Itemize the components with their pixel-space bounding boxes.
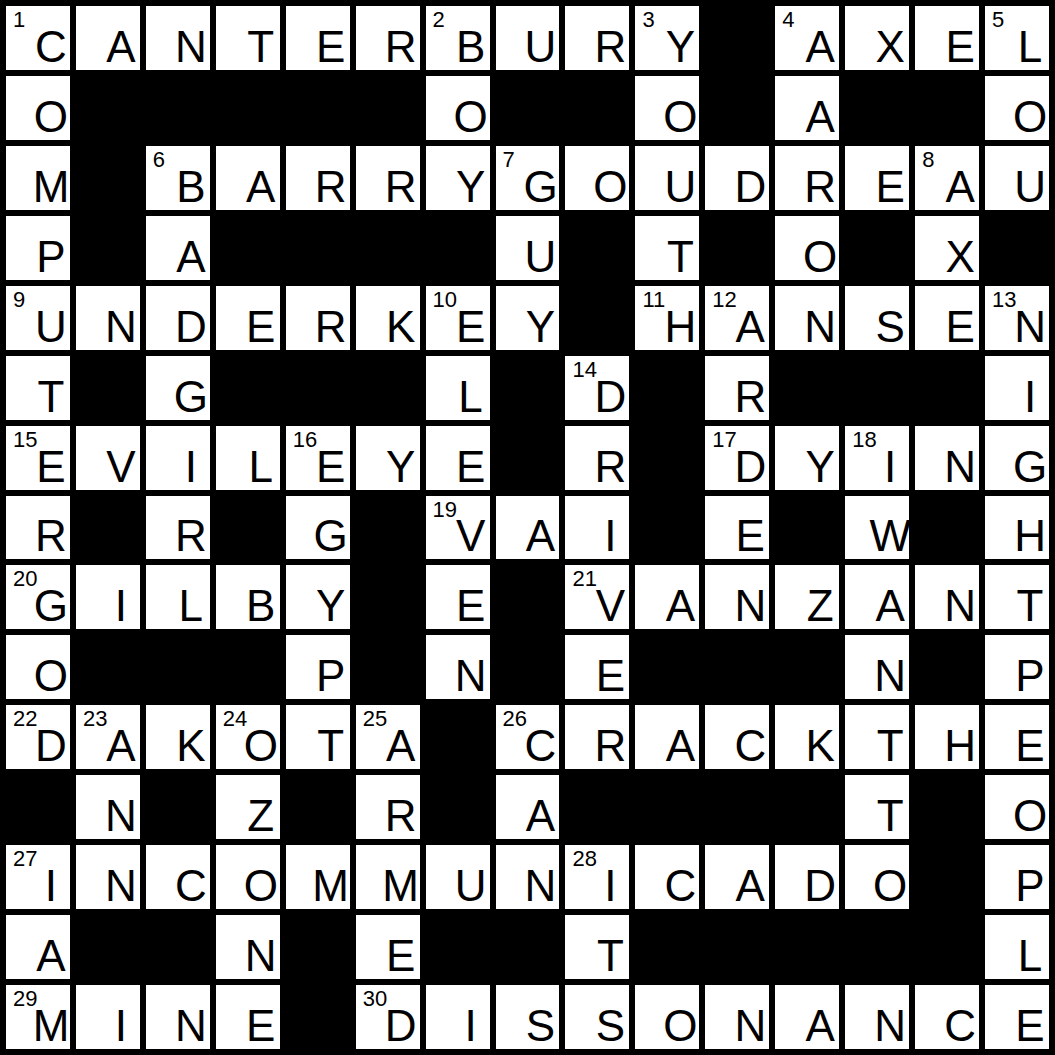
cell-0-0[interactable]: 1C [6, 6, 70, 70]
cell-6-4[interactable]: 16E [286, 426, 350, 490]
cell-9-14[interactable]: P [985, 635, 1049, 699]
block-cell-11-11 [775, 775, 839, 839]
cell-letter: L [426, 356, 490, 420]
cell-letter: O [845, 845, 909, 909]
block-cell-0-10 [705, 6, 769, 70]
cell-letter: R [6, 496, 70, 560]
cell-letter: O [635, 985, 699, 1049]
cell-10-9[interactable]: A [635, 705, 699, 769]
cell-letter: C [496, 705, 560, 769]
cell-letter: R [356, 146, 420, 210]
cell-8-4[interactable]: Y [286, 565, 350, 629]
cell-8-14[interactable]: T [985, 565, 1049, 629]
block-cell-9-10 [705, 635, 769, 699]
block-cell-13-7 [496, 915, 560, 979]
cell-letter: Y [635, 6, 699, 70]
block-cell-13-9 [635, 915, 699, 979]
cell-3-0[interactable]: P [6, 216, 70, 280]
cell-2-12[interactable]: E [845, 146, 909, 210]
cell-2-9[interactable]: U [635, 146, 699, 210]
cell-0-8[interactable]: R [565, 6, 629, 70]
cell-5-2[interactable]: G [146, 356, 210, 420]
cell-4-2[interactable]: D [146, 286, 210, 350]
cell-14-12[interactable]: N [845, 985, 909, 1049]
cell-4-12[interactable]: S [845, 286, 909, 350]
cell-6-1[interactable]: V [76, 426, 140, 490]
block-cell-11-4 [286, 775, 350, 839]
cell-letter: E [565, 635, 629, 699]
cell-7-7[interactable]: A [496, 496, 560, 560]
block-cell-1-12 [845, 76, 909, 140]
cell-8-0[interactable]: 20G [6, 565, 70, 629]
cell-letter: E [216, 985, 280, 1049]
cell-12-9[interactable]: C [635, 845, 699, 909]
cell-letter: K [146, 705, 210, 769]
cell-6-12[interactable]: 18I [845, 426, 909, 490]
cell-6-0[interactable]: 15E [6, 426, 70, 490]
cell-12-3[interactable]: O [216, 845, 280, 909]
cell-0-9[interactable]: 3Y [635, 6, 699, 70]
cell-10-4[interactable]: T [286, 705, 350, 769]
cell-letter: N [915, 426, 979, 490]
cell-letter: A [705, 286, 769, 350]
cell-10-2[interactable]: K [146, 705, 210, 769]
cell-letter: G [146, 356, 210, 420]
cell-letter: K [775, 705, 839, 769]
cell-letter: E [286, 426, 350, 490]
cell-0-13[interactable]: E [915, 6, 979, 70]
cell-letter: N [146, 6, 210, 70]
cell-letter: V [76, 426, 140, 490]
cell-12-7[interactable]: N [496, 845, 560, 909]
block-cell-6-7 [496, 426, 560, 490]
cell-11-7[interactable]: A [496, 775, 560, 839]
cell-letter: C [6, 6, 70, 70]
cell-letter: O [6, 76, 70, 140]
cell-letter: T [286, 705, 350, 769]
cell-11-5[interactable]: R [356, 775, 420, 839]
cell-letter: P [286, 635, 350, 699]
cell-2-0[interactable]: M [6, 146, 70, 210]
cell-8-12[interactable]: A [845, 565, 909, 629]
cell-letter: C [915, 985, 979, 1049]
cell-7-2[interactable]: R [146, 496, 210, 560]
cell-9-6[interactable]: N [426, 635, 490, 699]
cell-letter: R [775, 146, 839, 210]
cell-letter: E [845, 146, 909, 210]
cell-letter: U [496, 216, 560, 280]
block-cell-3-4 [286, 216, 350, 280]
cell-11-3[interactable]: Z [216, 775, 280, 839]
cell-14-2[interactable]: N [146, 985, 210, 1049]
cell-6-11[interactable]: Y [775, 426, 839, 490]
cell-14-8[interactable]: S [565, 985, 629, 1049]
block-cell-5-5 [356, 356, 420, 420]
cell-letter: G [286, 496, 350, 560]
cell-4-5[interactable]: K [356, 286, 420, 350]
cell-4-1[interactable]: N [76, 286, 140, 350]
cell-12-14[interactable]: P [985, 845, 1049, 909]
cell-1-9[interactable]: O [635, 76, 699, 140]
cell-letter: E [915, 6, 979, 70]
cell-1-0[interactable]: O [6, 76, 70, 140]
block-cell-11-2 [146, 775, 210, 839]
cell-5-10[interactable]: R [705, 356, 769, 420]
cell-13-0[interactable]: A [6, 915, 70, 979]
cell-letter: M [356, 845, 420, 909]
cell-11-14[interactable]: O [985, 775, 1049, 839]
cell-letter: T [635, 216, 699, 280]
cell-letter: L [216, 426, 280, 490]
cell-12-6[interactable]: U [426, 845, 490, 909]
block-cell-7-3 [216, 496, 280, 560]
cell-letter: P [985, 845, 1049, 909]
cell-12-0[interactable]: 27I [6, 845, 70, 909]
cell-letter: O [635, 76, 699, 140]
cell-8-9[interactable]: A [635, 565, 699, 629]
block-cell-5-1 [76, 356, 140, 420]
block-cell-9-7 [496, 635, 560, 699]
cell-12-2[interactable]: C [146, 845, 210, 909]
cell-letter: G [6, 565, 70, 629]
cell-letter: E [356, 915, 420, 979]
cell-letter: X [915, 216, 979, 280]
cell-10-1[interactable]: 23A [76, 705, 140, 769]
block-cell-9-11 [775, 635, 839, 699]
cell-11-1[interactable]: N [76, 775, 140, 839]
cell-2-13[interactable]: 8A [915, 146, 979, 210]
cell-4-14[interactable]: 13N [985, 286, 1049, 350]
cell-0-11[interactable]: 4A [775, 6, 839, 70]
cell-12-11[interactable]: D [775, 845, 839, 909]
cell-4-9[interactable]: 11H [635, 286, 699, 350]
cell-2-6[interactable]: Y [426, 146, 490, 210]
cell-10-12[interactable]: T [845, 705, 909, 769]
cell-3-7[interactable]: U [496, 216, 560, 280]
cell-12-1[interactable]: N [76, 845, 140, 909]
block-cell-7-1 [76, 496, 140, 560]
cell-3-2[interactable]: A [146, 216, 210, 280]
cell-letter: H [985, 496, 1049, 560]
cell-0-1[interactable]: A [76, 6, 140, 70]
cell-6-6[interactable]: E [426, 426, 490, 490]
cell-6-14[interactable]: G [985, 426, 1049, 490]
cell-letter: R [286, 146, 350, 210]
cell-14-0[interactable]: 29M [6, 985, 70, 1049]
block-cell-11-10 [705, 775, 769, 839]
block-cell-13-12 [845, 915, 909, 979]
cell-letter: R [356, 6, 420, 70]
cell-letter: N [216, 915, 280, 979]
cell-letter: E [426, 426, 490, 490]
cell-5-8[interactable]: 14D [565, 356, 629, 420]
cell-13-8[interactable]: T [565, 915, 629, 979]
block-cell-6-9 [635, 426, 699, 490]
cell-10-5[interactable]: 25A [356, 705, 420, 769]
block-cell-5-13 [915, 356, 979, 420]
cell-14-5[interactable]: 30D [356, 985, 420, 1049]
cell-letter: E [985, 985, 1049, 1049]
cell-letter: I [985, 356, 1049, 420]
cell-6-5[interactable]: Y [356, 426, 420, 490]
cell-1-11[interactable]: A [775, 76, 839, 140]
cell-4-3[interactable]: E [216, 286, 280, 350]
cell-6-2[interactable]: I [146, 426, 210, 490]
cell-0-4[interactable]: E [286, 6, 350, 70]
block-cell-13-2 [146, 915, 210, 979]
cell-letter: Z [775, 565, 839, 629]
cell-2-4[interactable]: R [286, 146, 350, 210]
cell-letter: U [985, 146, 1049, 210]
crossword-board: 1CANTER2BUR3Y4AXE5LOOOAOM6BARRY7GOUDRE8A… [0, 0, 1055, 1055]
cell-3-13[interactable]: X [915, 216, 979, 280]
cell-6-13[interactable]: N [915, 426, 979, 490]
block-cell-5-7 [496, 356, 560, 420]
cell-0-2[interactable]: N [146, 6, 210, 70]
cell-8-3[interactable]: B [216, 565, 280, 629]
cell-9-12[interactable]: N [845, 635, 909, 699]
cell-0-5[interactable]: R [356, 6, 420, 70]
cell-letter: A [635, 705, 699, 769]
block-cell-11-9 [635, 775, 699, 839]
block-cell-7-9 [635, 496, 699, 560]
cell-14-6[interactable]: I [426, 985, 490, 1049]
cell-letter: Y [286, 565, 350, 629]
cell-2-3[interactable]: A [216, 146, 280, 210]
block-cell-3-3 [216, 216, 280, 280]
cell-letter: U [635, 146, 699, 210]
cell-0-6[interactable]: 2B [426, 6, 490, 70]
cell-letter: L [985, 6, 1049, 70]
cell-letter: D [705, 426, 769, 490]
cell-letter: R [565, 426, 629, 490]
block-cell-1-7 [496, 76, 560, 140]
cell-14-13[interactable]: C [915, 985, 979, 1049]
cell-letter: S [565, 985, 629, 1049]
cell-3-11[interactable]: O [775, 216, 839, 280]
cell-letter: S [845, 286, 909, 350]
cell-letter: N [915, 565, 979, 629]
cell-14-9[interactable]: O [635, 985, 699, 1049]
block-cell-12-13 [915, 845, 979, 909]
cell-8-10[interactable]: N [705, 565, 769, 629]
cell-14-7[interactable]: S [496, 985, 560, 1049]
cell-4-11[interactable]: N [775, 286, 839, 350]
cell-letter: C [635, 845, 699, 909]
cell-letter: H [635, 286, 699, 350]
cell-letter: M [286, 845, 350, 909]
cell-10-10[interactable]: C [705, 705, 769, 769]
cell-2-8[interactable]: O [565, 146, 629, 210]
cell-0-3[interactable]: T [216, 6, 280, 70]
cell-letter: A [775, 985, 839, 1049]
cell-letter: E [985, 705, 1049, 769]
cell-10-14[interactable]: E [985, 705, 1049, 769]
cell-7-6[interactable]: 19V [426, 496, 490, 560]
cell-letter: N [845, 635, 909, 699]
cell-13-14[interactable]: L [985, 915, 1049, 979]
cell-letter: N [705, 985, 769, 1049]
cell-letter: W [845, 496, 909, 560]
cell-9-4[interactable]: P [286, 635, 350, 699]
cell-letter: I [565, 845, 629, 909]
cell-letter: R [146, 496, 210, 560]
cell-4-4[interactable]: R [286, 286, 350, 350]
cell-6-8[interactable]: R [565, 426, 629, 490]
block-cell-3-5 [356, 216, 420, 280]
cell-letter: E [426, 286, 490, 350]
cell-10-13[interactable]: H [915, 705, 979, 769]
cell-1-14[interactable]: O [985, 76, 1049, 140]
cell-2-2[interactable]: 6B [146, 146, 210, 210]
cell-2-7[interactable]: 7G [496, 146, 560, 210]
cell-14-14[interactable]: E [985, 985, 1049, 1049]
cell-12-10[interactable]: A [705, 845, 769, 909]
cell-letter: I [76, 565, 140, 629]
cell-8-1[interactable]: I [76, 565, 140, 629]
block-cell-9-9 [635, 635, 699, 699]
cell-letter: T [216, 6, 280, 70]
cell-letter: N [76, 286, 140, 350]
cell-11-12[interactable]: T [845, 775, 909, 839]
cell-6-10[interactable]: 17D [705, 426, 769, 490]
block-cell-9-5 [356, 635, 420, 699]
cell-14-10[interactable]: N [705, 985, 769, 1049]
cell-letter: I [6, 845, 70, 909]
cell-0-14[interactable]: 5L [985, 6, 1049, 70]
cell-letter: L [146, 565, 210, 629]
cell-letter: A [146, 216, 210, 280]
cell-letter: O [216, 705, 280, 769]
cell-letter: O [216, 845, 280, 909]
cell-7-10[interactable]: E [705, 496, 769, 560]
cell-4-0[interactable]: 9U [6, 286, 70, 350]
cell-5-0[interactable]: T [6, 356, 70, 420]
cell-4-13[interactable]: E [915, 286, 979, 350]
cell-8-11[interactable]: Z [775, 565, 839, 629]
block-cell-5-9 [635, 356, 699, 420]
cell-letter: O [775, 216, 839, 280]
block-cell-11-0 [6, 775, 70, 839]
cell-letter: N [76, 845, 140, 909]
cell-12-12[interactable]: O [845, 845, 909, 909]
cell-letter: T [985, 565, 1049, 629]
cell-14-1[interactable]: I [76, 985, 140, 1049]
cell-letter: N [426, 635, 490, 699]
cell-letter: A [216, 146, 280, 210]
cell-13-5[interactable]: E [356, 915, 420, 979]
cell-letter: U [496, 6, 560, 70]
cell-letter: N [496, 845, 560, 909]
cell-8-8[interactable]: 21V [565, 565, 629, 629]
cell-7-12[interactable]: W [845, 496, 909, 560]
cell-letter: U [426, 845, 490, 909]
cell-letter: D [565, 356, 629, 420]
cell-4-6[interactable]: 10E [426, 286, 490, 350]
cell-8-13[interactable]: N [915, 565, 979, 629]
block-cell-5-4 [286, 356, 350, 420]
cell-10-8[interactable]: R [565, 705, 629, 769]
cell-3-9[interactable]: T [635, 216, 699, 280]
cell-letter: K [356, 286, 420, 350]
cell-letter: D [705, 146, 769, 210]
block-cell-3-6 [426, 216, 490, 280]
cell-4-10[interactable]: 12A [705, 286, 769, 350]
cell-2-14[interactable]: U [985, 146, 1049, 210]
cell-letter: I [76, 985, 140, 1049]
cell-letter: N [705, 565, 769, 629]
cell-7-14[interactable]: H [985, 496, 1049, 560]
block-cell-9-13 [915, 635, 979, 699]
cell-8-6[interactable]: E [426, 565, 490, 629]
block-cell-14-4 [286, 985, 350, 1049]
cell-12-4[interactable]: M [286, 845, 350, 909]
cell-10-7[interactable]: 26C [496, 705, 560, 769]
cell-1-6[interactable]: O [426, 76, 490, 140]
block-cell-5-3 [216, 356, 280, 420]
cell-letter: A [6, 915, 70, 979]
cell-letter: O [985, 775, 1049, 839]
cell-letter: D [6, 705, 70, 769]
cell-14-11[interactable]: A [775, 985, 839, 1049]
cell-10-11[interactable]: K [775, 705, 839, 769]
cell-13-3[interactable]: N [216, 915, 280, 979]
block-cell-1-3 [216, 76, 280, 140]
cell-14-3[interactable]: E [216, 985, 280, 1049]
cell-letter: N [76, 775, 140, 839]
cell-0-12[interactable]: X [845, 6, 909, 70]
cell-letter: B [216, 565, 280, 629]
cell-4-7[interactable]: Y [496, 286, 560, 350]
block-cell-13-1 [76, 915, 140, 979]
cell-letter: R [705, 356, 769, 420]
cell-letter: P [985, 635, 1049, 699]
cell-6-3[interactable]: L [216, 426, 280, 490]
cell-7-8[interactable]: I [565, 496, 629, 560]
block-cell-3-1 [76, 216, 140, 280]
block-cell-2-1 [76, 146, 140, 210]
cell-letter: E [216, 286, 280, 350]
cell-2-10[interactable]: D [705, 146, 769, 210]
block-cell-10-6 [426, 705, 490, 769]
cell-letter: A [915, 146, 979, 210]
cell-letter: U [6, 286, 70, 350]
cell-5-14[interactable]: I [985, 356, 1049, 420]
cell-10-0[interactable]: 22D [6, 705, 70, 769]
cell-0-7[interactable]: U [496, 6, 560, 70]
cell-9-0[interactable]: O [6, 635, 70, 699]
cell-7-0[interactable]: R [6, 496, 70, 560]
cell-12-8[interactable]: 28I [565, 845, 629, 909]
cell-2-11[interactable]: R [775, 146, 839, 210]
cell-8-2[interactable]: L [146, 565, 210, 629]
cell-2-5[interactable]: R [356, 146, 420, 210]
cell-letter: A [635, 565, 699, 629]
block-cell-7-13 [915, 496, 979, 560]
cell-letter: M [6, 985, 70, 1049]
cell-12-5[interactable]: M [356, 845, 420, 909]
cell-letter: T [845, 775, 909, 839]
cell-7-4[interactable]: G [286, 496, 350, 560]
cell-5-6[interactable]: L [426, 356, 490, 420]
cell-letter: E [426, 565, 490, 629]
cell-10-3[interactable]: 24O [216, 705, 280, 769]
block-cell-13-13 [915, 915, 979, 979]
block-cell-1-5 [356, 76, 420, 140]
block-cell-11-8 [565, 775, 629, 839]
cell-9-8[interactable]: E [565, 635, 629, 699]
cell-letter: X [845, 6, 909, 70]
